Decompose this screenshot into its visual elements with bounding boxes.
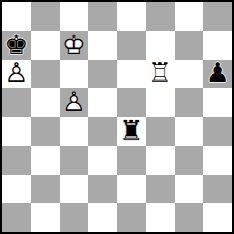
- square-h6[interactable]: ♟: [203, 60, 232, 89]
- square-d1[interactable]: [88, 203, 117, 232]
- square-d5[interactable]: [88, 88, 117, 117]
- square-d6[interactable]: [88, 60, 117, 89]
- square-d2[interactable]: [88, 175, 117, 204]
- square-g5[interactable]: [175, 88, 204, 117]
- square-b7[interactable]: [31, 31, 60, 60]
- white-pawn-outline-glyph: ♙: [2, 59, 31, 88]
- square-f6[interactable]: ♜♖: [146, 60, 175, 89]
- square-d8[interactable]: [88, 2, 117, 31]
- square-e6[interactable]: [117, 60, 146, 89]
- white-pawn[interactable]: ♟♙: [60, 88, 89, 117]
- square-a4[interactable]: [2, 117, 31, 146]
- square-e1[interactable]: [117, 203, 146, 232]
- square-f2[interactable]: [146, 175, 175, 204]
- square-b4[interactable]: [31, 117, 60, 146]
- square-g7[interactable]: [175, 31, 204, 60]
- black-pawn-glyph: ♟: [203, 59, 232, 88]
- square-c6[interactable]: [60, 60, 89, 89]
- white-pawn[interactable]: ♟♙: [2, 60, 31, 89]
- square-g2[interactable]: [175, 175, 204, 204]
- square-b8[interactable]: [31, 2, 60, 31]
- square-c2[interactable]: [60, 175, 89, 204]
- square-e2[interactable]: [117, 175, 146, 204]
- square-e7[interactable]: [117, 31, 146, 60]
- square-b5[interactable]: [31, 88, 60, 117]
- black-pawn[interactable]: ♟: [203, 60, 232, 89]
- white-pawn-outline-glyph: ♙: [60, 87, 89, 116]
- square-f3[interactable]: [146, 146, 175, 175]
- square-a3[interactable]: [2, 146, 31, 175]
- square-e5[interactable]: [117, 88, 146, 117]
- square-c1[interactable]: [60, 203, 89, 232]
- square-e8[interactable]: [117, 2, 146, 31]
- square-c8[interactable]: [60, 2, 89, 31]
- square-h2[interactable]: [203, 175, 232, 204]
- square-d4[interactable]: [88, 117, 117, 146]
- square-h3[interactable]: [203, 146, 232, 175]
- square-h4[interactable]: [203, 117, 232, 146]
- square-c3[interactable]: [60, 146, 89, 175]
- square-e4[interactable]: ♜: [117, 117, 146, 146]
- white-king[interactable]: ♚♔: [60, 31, 89, 60]
- chess-board: ♚♚♔♟♙♜♖♟♟♙♜: [0, 0, 234, 234]
- square-f8[interactable]: [146, 2, 175, 31]
- square-c5[interactable]: ♟♙: [60, 88, 89, 117]
- square-f4[interactable]: [146, 117, 175, 146]
- square-a7[interactable]: ♚: [2, 31, 31, 60]
- square-c7[interactable]: ♚♔: [60, 31, 89, 60]
- square-f5[interactable]: [146, 88, 175, 117]
- square-a2[interactable]: [2, 175, 31, 204]
- square-a5[interactable]: [2, 88, 31, 117]
- black-rook-glyph: ♜: [117, 116, 146, 145]
- square-g1[interactable]: [175, 203, 204, 232]
- black-rook[interactable]: ♜: [117, 117, 146, 146]
- square-d3[interactable]: [88, 146, 117, 175]
- square-c4[interactable]: [60, 117, 89, 146]
- white-rook-outline-glyph: ♖: [146, 59, 175, 88]
- square-h1[interactable]: [203, 203, 232, 232]
- square-a1[interactable]: [2, 203, 31, 232]
- square-g6[interactable]: [175, 60, 204, 89]
- square-h8[interactable]: [203, 2, 232, 31]
- square-b2[interactable]: [31, 175, 60, 204]
- square-g8[interactable]: [175, 2, 204, 31]
- square-d7[interactable]: [88, 31, 117, 60]
- square-a8[interactable]: [2, 2, 31, 31]
- square-b3[interactable]: [31, 146, 60, 175]
- square-h7[interactable]: [203, 31, 232, 60]
- white-rook[interactable]: ♜♖: [146, 60, 175, 89]
- white-king-outline-glyph: ♔: [60, 30, 89, 59]
- square-f7[interactable]: [146, 31, 175, 60]
- square-h5[interactable]: [203, 88, 232, 117]
- square-b1[interactable]: [31, 203, 60, 232]
- black-king[interactable]: ♚: [2, 31, 31, 60]
- square-b6[interactable]: [31, 60, 60, 89]
- square-f1[interactable]: [146, 203, 175, 232]
- square-e3[interactable]: [117, 146, 146, 175]
- square-g3[interactable]: [175, 146, 204, 175]
- square-g4[interactable]: [175, 117, 204, 146]
- square-a6[interactable]: ♟♙: [2, 60, 31, 89]
- black-king-glyph: ♚: [2, 30, 31, 59]
